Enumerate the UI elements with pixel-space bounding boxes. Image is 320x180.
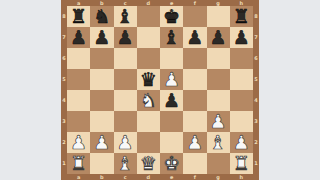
square-d1[interactable]: ♛ — [137, 153, 160, 174]
square-a6[interactable] — [67, 48, 90, 69]
square-f6[interactable] — [183, 48, 206, 69]
piece-white-pawn[interactable]: ♟ — [186, 133, 203, 152]
square-e5[interactable]: ♟ — [160, 69, 183, 90]
piece-white-pawn[interactable]: ♟ — [163, 70, 180, 89]
piece-black-pawn[interactable]: ♟ — [93, 28, 110, 47]
square-h6[interactable] — [230, 48, 253, 69]
square-b1[interactable] — [90, 153, 113, 174]
piece-black-bishop[interactable]: ♝ — [163, 28, 180, 47]
square-c7[interactable]: ♟ — [114, 27, 137, 48]
square-h4[interactable] — [230, 90, 253, 111]
square-c3[interactable] — [114, 111, 137, 132]
piece-black-pawn[interactable]: ♟ — [117, 28, 134, 47]
rank-label-2: 2 — [253, 132, 259, 153]
square-h1[interactable]: ♜ — [230, 153, 253, 174]
file-label-b: b — [90, 174, 113, 180]
square-b5[interactable] — [90, 69, 113, 90]
square-a4[interactable] — [67, 90, 90, 111]
piece-black-rook[interactable]: ♜ — [233, 7, 250, 26]
rank-label-7: 7 — [253, 27, 259, 48]
rank-label-5: 5 — [253, 69, 259, 90]
square-c8[interactable]: ♝ — [114, 6, 137, 27]
file-labels-bottom: abcdefgh — [67, 174, 253, 180]
square-g7[interactable]: ♟ — [207, 27, 230, 48]
square-b4[interactable] — [90, 90, 113, 111]
square-c5[interactable] — [114, 69, 137, 90]
square-h3[interactable] — [230, 111, 253, 132]
square-e3[interactable] — [160, 111, 183, 132]
piece-white-knight[interactable]: ♞ — [140, 91, 157, 110]
piece-white-queen[interactable]: ♛ — [140, 154, 157, 173]
piece-white-rook[interactable]: ♜ — [70, 154, 87, 173]
square-f5[interactable] — [183, 69, 206, 90]
square-c2[interactable]: ♟ — [114, 132, 137, 153]
rank-labels-right: 87654321 — [253, 6, 259, 174]
file-label-h: h — [230, 174, 253, 180]
piece-black-knight[interactable]: ♞ — [93, 7, 110, 26]
square-d7[interactable] — [137, 27, 160, 48]
square-c1[interactable]: ♝ — [114, 153, 137, 174]
square-f8[interactable] — [183, 6, 206, 27]
rank-label-3: 3 — [253, 111, 259, 132]
piece-black-pawn[interactable]: ♟ — [210, 28, 227, 47]
rank-label-4: 4 — [253, 90, 259, 111]
square-c6[interactable] — [114, 48, 137, 69]
piece-white-pawn[interactable]: ♟ — [70, 133, 87, 152]
square-a7[interactable]: ♟ — [67, 27, 90, 48]
square-b3[interactable] — [90, 111, 113, 132]
piece-black-pawn[interactable]: ♟ — [163, 91, 180, 110]
square-e2[interactable] — [160, 132, 183, 153]
square-a8[interactable]: ♜ — [67, 6, 90, 27]
file-label-c: c — [114, 174, 137, 180]
piece-black-bishop[interactable]: ♝ — [117, 7, 134, 26]
piece-white-bishop[interactable]: ♝ — [117, 154, 134, 173]
square-g4[interactable] — [207, 90, 230, 111]
piece-white-pawn[interactable]: ♟ — [93, 133, 110, 152]
square-d8[interactable] — [137, 6, 160, 27]
square-b8[interactable]: ♞ — [90, 6, 113, 27]
page-background: abcdefgh abcdefgh 87654321 87654321 ♜♞♝♚… — [0, 0, 320, 180]
square-e8[interactable]: ♚ — [160, 6, 183, 27]
square-h8[interactable]: ♜ — [230, 6, 253, 27]
piece-black-pawn[interactable]: ♟ — [186, 28, 203, 47]
file-label-e: e — [160, 174, 183, 180]
piece-white-pawn[interactable]: ♟ — [210, 112, 227, 131]
piece-white-bishop[interactable]: ♝ — [210, 133, 227, 152]
chess-board: abcdefgh abcdefgh 87654321 87654321 ♜♞♝♚… — [61, 0, 259, 180]
square-e4[interactable]: ♟ — [160, 90, 183, 111]
square-a2[interactable]: ♟ — [67, 132, 90, 153]
square-a5[interactable] — [67, 69, 90, 90]
square-h2[interactable]: ♟ — [230, 132, 253, 153]
piece-white-king[interactable]: ♚ — [163, 154, 180, 173]
square-h5[interactable] — [230, 69, 253, 90]
piece-black-rook[interactable]: ♜ — [70, 7, 87, 26]
rank-label-1: 1 — [253, 153, 259, 174]
piece-white-pawn[interactable]: ♟ — [233, 133, 250, 152]
square-a1[interactable]: ♜ — [67, 153, 90, 174]
square-a3[interactable] — [67, 111, 90, 132]
square-e7[interactable]: ♝ — [160, 27, 183, 48]
square-c4[interactable] — [114, 90, 137, 111]
square-g6[interactable] — [207, 48, 230, 69]
square-f1[interactable] — [183, 153, 206, 174]
square-f3[interactable] — [183, 111, 206, 132]
piece-white-pawn[interactable]: ♟ — [117, 133, 134, 152]
piece-black-king[interactable]: ♚ — [163, 7, 180, 26]
board-grid: ♜♞♝♚♜♟♟♟♝♟♟♟♛♟♞♟♟♟♟♟♟♝♟♜♝♛♚♜ — [67, 6, 253, 174]
piece-black-pawn[interactable]: ♟ — [233, 28, 250, 47]
file-label-f: f — [183, 174, 206, 180]
square-g1[interactable] — [207, 153, 230, 174]
square-d3[interactable] — [137, 111, 160, 132]
square-d4[interactable]: ♞ — [137, 90, 160, 111]
square-d6[interactable] — [137, 48, 160, 69]
square-d5[interactable]: ♛ — [137, 69, 160, 90]
piece-black-pawn[interactable]: ♟ — [70, 28, 87, 47]
file-label-a: a — [67, 174, 90, 180]
file-label-g: g — [207, 174, 230, 180]
square-b2[interactable]: ♟ — [90, 132, 113, 153]
rank-label-6: 6 — [253, 48, 259, 69]
square-f4[interactable] — [183, 90, 206, 111]
square-h7[interactable]: ♟ — [230, 27, 253, 48]
square-f7[interactable]: ♟ — [183, 27, 206, 48]
square-g2[interactable]: ♝ — [207, 132, 230, 153]
square-d2[interactable] — [137, 132, 160, 153]
file-label-d: d — [137, 174, 160, 180]
piece-black-queen[interactable]: ♛ — [140, 70, 157, 89]
square-g5[interactable] — [207, 69, 230, 90]
square-f2[interactable]: ♟ — [183, 132, 206, 153]
rank-label-8: 8 — [253, 6, 259, 27]
square-b7[interactable]: ♟ — [90, 27, 113, 48]
square-b6[interactable] — [90, 48, 113, 69]
piece-white-rook[interactable]: ♜ — [233, 154, 250, 173]
square-g3[interactable]: ♟ — [207, 111, 230, 132]
square-g8[interactable] — [207, 6, 230, 27]
square-e6[interactable] — [160, 48, 183, 69]
square-e1[interactable]: ♚ — [160, 153, 183, 174]
